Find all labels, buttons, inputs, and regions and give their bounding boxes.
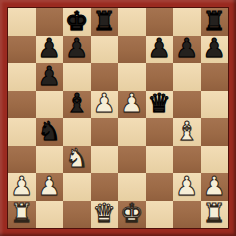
- square-b2[interactable]: ♟: [36, 173, 64, 201]
- square-h7[interactable]: ♟: [201, 36, 229, 64]
- square-f3[interactable]: [146, 146, 174, 174]
- piece-black-rook[interactable]: ♜: [203, 8, 226, 34]
- square-a6[interactable]: [8, 63, 36, 91]
- square-g3[interactable]: [173, 146, 201, 174]
- square-g2[interactable]: ♟: [173, 173, 201, 201]
- square-a3[interactable]: [8, 146, 36, 174]
- square-d6[interactable]: [91, 63, 119, 91]
- square-d3[interactable]: [91, 146, 119, 174]
- square-g4[interactable]: ♝: [173, 118, 201, 146]
- square-h1[interactable]: ♜: [201, 201, 229, 229]
- square-b7[interactable]: ♟: [36, 36, 64, 64]
- piece-white-pawn[interactable]: ♟: [38, 173, 61, 199]
- square-h8[interactable]: ♜: [201, 8, 229, 36]
- square-b4[interactable]: ♞: [36, 118, 64, 146]
- piece-black-bishop[interactable]: ♝: [65, 90, 88, 116]
- square-e5[interactable]: ♟: [118, 91, 146, 119]
- square-g6[interactable]: [173, 63, 201, 91]
- square-e8[interactable]: [118, 8, 146, 36]
- square-c8[interactable]: ♚: [63, 8, 91, 36]
- piece-white-pawn[interactable]: ♟: [93, 90, 116, 116]
- square-f7[interactable]: ♟: [146, 36, 174, 64]
- piece-black-pawn[interactable]: ♟: [38, 35, 61, 61]
- square-e3[interactable]: [118, 146, 146, 174]
- square-c3[interactable]: ♞: [63, 146, 91, 174]
- square-d2[interactable]: [91, 173, 119, 201]
- piece-black-king[interactable]: ♚: [65, 8, 88, 34]
- square-g5[interactable]: [173, 91, 201, 119]
- piece-black-queen[interactable]: ♛: [148, 90, 171, 116]
- piece-black-pawn[interactable]: ♟: [38, 63, 61, 89]
- square-a1[interactable]: ♜: [8, 201, 36, 229]
- piece-white-rook[interactable]: ♜: [10, 200, 33, 226]
- square-f1[interactable]: [146, 201, 174, 229]
- square-g7[interactable]: ♟: [173, 36, 201, 64]
- square-a7[interactable]: [8, 36, 36, 64]
- square-d8[interactable]: ♜: [91, 8, 119, 36]
- square-e1[interactable]: ♚: [118, 201, 146, 229]
- piece-black-pawn[interactable]: ♟: [148, 35, 171, 61]
- square-a4[interactable]: [8, 118, 36, 146]
- square-c5[interactable]: ♝: [63, 91, 91, 119]
- piece-black-rook[interactable]: ♜: [93, 8, 116, 34]
- piece-white-bishop[interactable]: ♝: [175, 118, 198, 144]
- square-b1[interactable]: [36, 201, 64, 229]
- square-h3[interactable]: [201, 146, 229, 174]
- square-e6[interactable]: [118, 63, 146, 91]
- piece-white-pawn[interactable]: ♟: [175, 173, 198, 199]
- square-a8[interactable]: [8, 8, 36, 36]
- chess-app: ♚♜♜♟♟♟♟♟♟♝♟♟♛♞♝♞♟♟♟♟♜♛♚♜: [0, 0, 236, 236]
- square-d1[interactable]: ♛: [91, 201, 119, 229]
- piece-white-king[interactable]: ♚: [120, 200, 143, 226]
- piece-white-pawn[interactable]: ♟: [10, 173, 33, 199]
- piece-black-knight[interactable]: ♞: [38, 118, 61, 144]
- square-f2[interactable]: [146, 173, 174, 201]
- square-c7[interactable]: ♟: [63, 36, 91, 64]
- square-c2[interactable]: [63, 173, 91, 201]
- square-f4[interactable]: [146, 118, 174, 146]
- chess-board[interactable]: ♚♜♜♟♟♟♟♟♟♝♟♟♛♞♝♞♟♟♟♟♜♛♚♜: [8, 8, 228, 228]
- square-c6[interactable]: [63, 63, 91, 91]
- piece-white-rook[interactable]: ♜: [203, 200, 226, 226]
- square-d5[interactable]: ♟: [91, 91, 119, 119]
- square-e4[interactable]: [118, 118, 146, 146]
- piece-black-pawn[interactable]: ♟: [175, 35, 198, 61]
- square-h4[interactable]: [201, 118, 229, 146]
- square-h5[interactable]: [201, 91, 229, 119]
- square-c1[interactable]: [63, 201, 91, 229]
- square-h2[interactable]: ♟: [201, 173, 229, 201]
- square-b6[interactable]: ♟: [36, 63, 64, 91]
- square-b8[interactable]: [36, 8, 64, 36]
- square-g8[interactable]: [173, 8, 201, 36]
- piece-white-knight[interactable]: ♞: [65, 145, 88, 171]
- square-f8[interactable]: [146, 8, 174, 36]
- square-e2[interactable]: [118, 173, 146, 201]
- square-a5[interactable]: [8, 91, 36, 119]
- piece-black-pawn[interactable]: ♟: [203, 35, 226, 61]
- piece-white-pawn[interactable]: ♟: [120, 90, 143, 116]
- square-d7[interactable]: [91, 36, 119, 64]
- square-b3[interactable]: [36, 146, 64, 174]
- piece-white-queen[interactable]: ♛: [93, 200, 116, 226]
- square-f6[interactable]: [146, 63, 174, 91]
- square-g1[interactable]: [173, 201, 201, 229]
- piece-black-pawn[interactable]: ♟: [65, 35, 88, 61]
- piece-white-pawn[interactable]: ♟: [203, 173, 226, 199]
- square-d4[interactable]: [91, 118, 119, 146]
- square-a2[interactable]: ♟: [8, 173, 36, 201]
- square-e7[interactable]: [118, 36, 146, 64]
- square-b5[interactable]: [36, 91, 64, 119]
- square-c4[interactable]: [63, 118, 91, 146]
- square-f5[interactable]: ♛: [146, 91, 174, 119]
- square-h6[interactable]: [201, 63, 229, 91]
